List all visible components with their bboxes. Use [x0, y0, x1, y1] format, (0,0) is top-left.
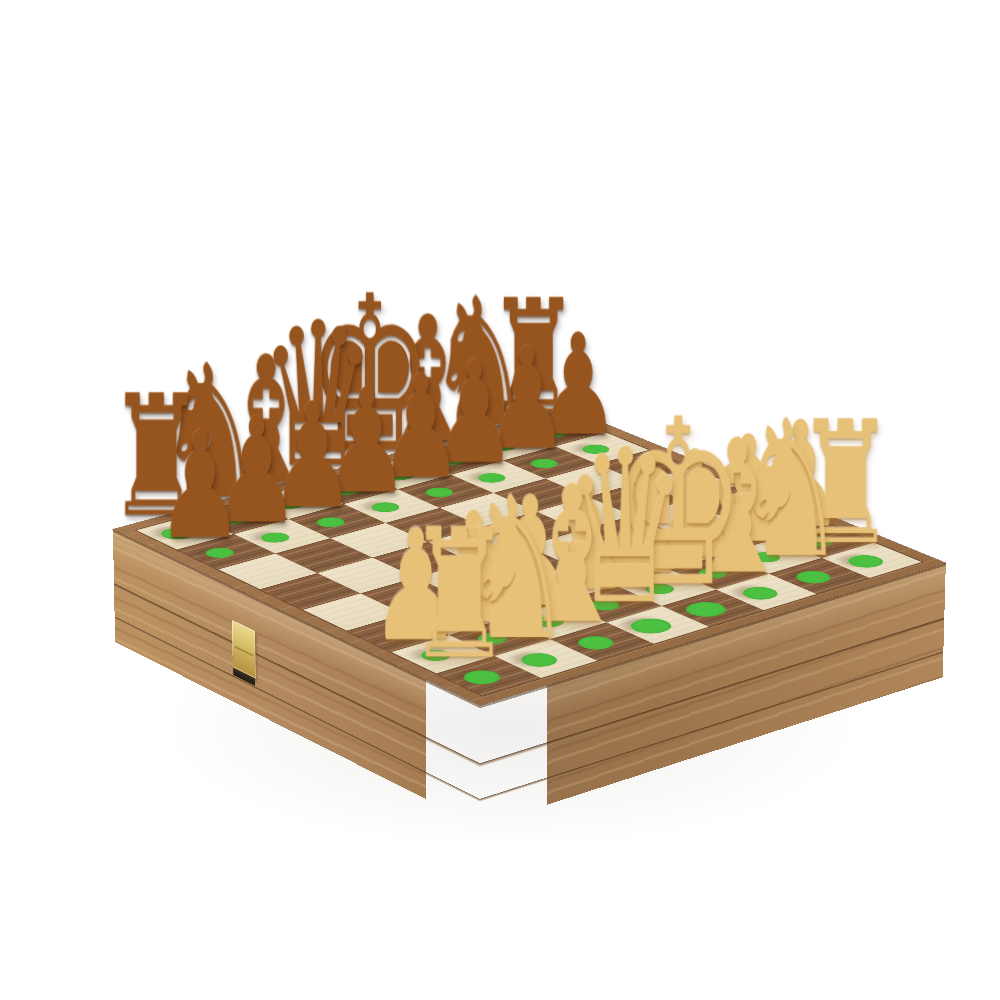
- product-photo-stage: ♜♟♟♜♞♟♟♞♝♟♟♝♚♟♟♚♛♟♟♛♝♟♟♝♞♟♟♞♜♟♟♜: [0, 0, 1000, 1000]
- piece-glyph: ♜: [248, 505, 670, 684]
- square-a1[interactable]: ♜: [437, 656, 541, 695]
- chess-box: ♜♟♟♜♞♟♟♞♝♟♟♝♚♟♟♚♛♟♟♛♝♟♟♝♞♟♟♞♜♟♟♜: [113, 408, 946, 706]
- scene: ♜♟♟♜♞♟♟♞♝♟♟♝♚♟♟♚♛♟♟♛♝♟♟♝♞♟♟♞♜♟♟♜: [0, 0, 1000, 1000]
